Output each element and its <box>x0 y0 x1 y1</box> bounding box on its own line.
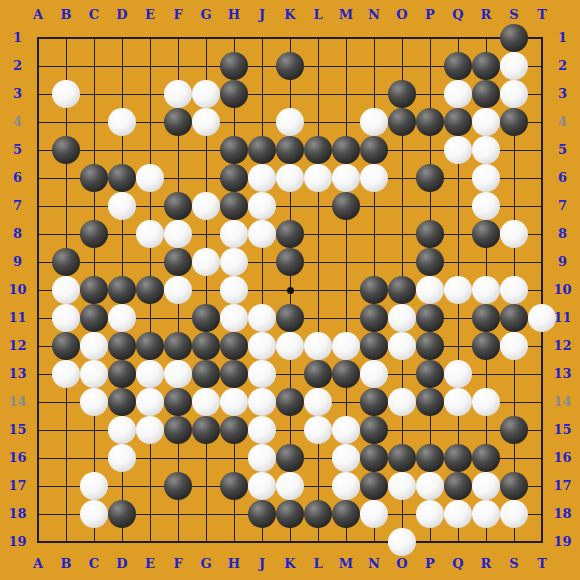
stone-black-H5[interactable] <box>220 136 248 164</box>
stone-black-M7[interactable] <box>332 192 360 220</box>
stone-black-P6[interactable] <box>416 164 444 192</box>
stone-white-M17[interactable] <box>332 472 360 500</box>
grid-line-vertical <box>318 38 319 542</box>
stone-black-K18[interactable] <box>276 500 304 528</box>
col-label-top: K <box>276 6 304 24</box>
stone-black-J18[interactable] <box>248 500 276 528</box>
stone-white-G9[interactable] <box>192 248 220 276</box>
col-label-bottom: Q <box>444 555 472 573</box>
col-label-bottom: M <box>332 555 360 573</box>
stone-black-S1[interactable] <box>500 24 528 52</box>
stone-white-E14[interactable] <box>136 388 164 416</box>
row-label-right: 10 <box>546 281 579 299</box>
stone-black-N16[interactable] <box>360 444 388 472</box>
stone-black-O16[interactable] <box>388 444 416 472</box>
stone-white-Q14[interactable] <box>444 388 472 416</box>
stone-black-O10[interactable] <box>388 276 416 304</box>
stone-white-M6[interactable] <box>332 164 360 192</box>
stone-black-G15[interactable] <box>192 416 220 444</box>
stone-black-G13[interactable] <box>192 360 220 388</box>
stone-white-J12[interactable] <box>248 332 276 360</box>
stone-white-E8[interactable] <box>136 220 164 248</box>
stone-black-E12[interactable] <box>136 332 164 360</box>
stone-white-L15[interactable] <box>304 416 332 444</box>
go-board-screenshot: { "game": "go", "board": { "size": 19, "… <box>0 0 580 580</box>
row-label-left: 18 <box>1 505 34 523</box>
stone-black-F7[interactable] <box>164 192 192 220</box>
stone-white-B13[interactable] <box>52 360 80 388</box>
stone-black-K2[interactable] <box>276 52 304 80</box>
stone-black-H12[interactable] <box>220 332 248 360</box>
stone-white-F13[interactable] <box>164 360 192 388</box>
stone-black-C8[interactable] <box>80 220 108 248</box>
row-label-left: 10 <box>1 281 34 299</box>
row-label-left: 11 <box>1 309 34 327</box>
stone-white-M16[interactable] <box>332 444 360 472</box>
stone-white-J15[interactable] <box>248 416 276 444</box>
stone-black-P14[interactable] <box>416 388 444 416</box>
stone-black-R2[interactable] <box>472 52 500 80</box>
stone-white-D4[interactable] <box>108 108 136 136</box>
row-label-left: 6 <box>1 169 34 187</box>
stone-black-S11[interactable] <box>500 304 528 332</box>
stone-black-F14[interactable] <box>164 388 192 416</box>
stone-black-P4[interactable] <box>416 108 444 136</box>
stone-black-K11[interactable] <box>276 304 304 332</box>
row-label-left: 13 <box>1 365 34 383</box>
stone-white-C14[interactable] <box>80 388 108 416</box>
stone-black-P9[interactable] <box>416 248 444 276</box>
col-label-bottom: C <box>80 555 108 573</box>
stone-white-Q18[interactable] <box>444 500 472 528</box>
col-label-top: H <box>220 6 248 24</box>
row-label-left: 4 <box>1 113 34 131</box>
stone-black-L5[interactable] <box>304 136 332 164</box>
stone-white-O12[interactable] <box>388 332 416 360</box>
stone-white-K6[interactable] <box>276 164 304 192</box>
stone-black-K14[interactable] <box>276 388 304 416</box>
stone-black-O3[interactable] <box>388 80 416 108</box>
col-label-top: L <box>304 6 332 24</box>
stone-white-K12[interactable] <box>276 332 304 360</box>
stone-black-H15[interactable] <box>220 416 248 444</box>
stone-white-G7[interactable] <box>192 192 220 220</box>
stone-black-K16[interactable] <box>276 444 304 472</box>
stone-white-C13[interactable] <box>80 360 108 388</box>
stone-white-E15[interactable] <box>136 416 164 444</box>
stone-black-H7[interactable] <box>220 192 248 220</box>
stone-black-C11[interactable] <box>80 304 108 332</box>
stone-black-C10[interactable] <box>80 276 108 304</box>
row-label-right: 6 <box>546 169 579 187</box>
stone-black-P13[interactable] <box>416 360 444 388</box>
row-label-right: 15 <box>546 421 579 439</box>
stone-white-J16[interactable] <box>248 444 276 472</box>
stone-black-B5[interactable] <box>52 136 80 164</box>
stone-black-D12[interactable] <box>108 332 136 360</box>
row-label-right: 8 <box>546 225 579 243</box>
stone-white-R7[interactable] <box>472 192 500 220</box>
col-label-bottom: L <box>304 555 332 573</box>
row-label-right: 19 <box>546 533 579 551</box>
row-label-right: 9 <box>546 253 579 271</box>
stone-white-D16[interactable] <box>108 444 136 472</box>
row-label-right: 16 <box>546 449 579 467</box>
col-label-top: E <box>136 6 164 24</box>
stone-black-N11[interactable] <box>360 304 388 332</box>
stone-white-S18[interactable] <box>500 500 528 528</box>
stone-black-E10[interactable] <box>136 276 164 304</box>
col-label-top: T <box>528 6 556 24</box>
row-label-left: 7 <box>1 197 34 215</box>
stone-black-N5[interactable] <box>360 136 388 164</box>
stone-black-H3[interactable] <box>220 80 248 108</box>
stone-black-N17[interactable] <box>360 472 388 500</box>
stone-black-Q4[interactable] <box>444 108 472 136</box>
col-label-bottom: N <box>360 555 388 573</box>
stone-black-D10[interactable] <box>108 276 136 304</box>
stone-white-G3[interactable] <box>192 80 220 108</box>
stone-black-S15[interactable] <box>500 416 528 444</box>
stone-black-F12[interactable] <box>164 332 192 360</box>
col-label-bottom: D <box>108 555 136 573</box>
stone-black-L18[interactable] <box>304 500 332 528</box>
col-label-top: G <box>192 6 220 24</box>
stone-black-S4[interactable] <box>500 108 528 136</box>
stone-black-K9[interactable] <box>276 248 304 276</box>
stone-white-H9[interactable] <box>220 248 248 276</box>
col-label-top: M <box>332 6 360 24</box>
row-label-right: 7 <box>546 197 579 215</box>
star-point <box>287 287 294 294</box>
col-label-top: D <box>108 6 136 24</box>
stone-black-H2[interactable] <box>220 52 248 80</box>
stone-white-S2[interactable] <box>500 52 528 80</box>
col-label-top: F <box>164 6 192 24</box>
stone-black-F4[interactable] <box>164 108 192 136</box>
stone-white-J14[interactable] <box>248 388 276 416</box>
stone-white-G14[interactable] <box>192 388 220 416</box>
stone-black-P11[interactable] <box>416 304 444 332</box>
stone-black-Q16[interactable] <box>444 444 472 472</box>
stone-white-C17[interactable] <box>80 472 108 500</box>
stone-black-D14[interactable] <box>108 388 136 416</box>
stone-black-C6[interactable] <box>80 164 108 192</box>
stone-black-S17[interactable] <box>500 472 528 500</box>
stone-white-T11[interactable] <box>528 304 556 332</box>
col-label-bottom: E <box>136 555 164 573</box>
stone-black-D6[interactable] <box>108 164 136 192</box>
stone-black-H17[interactable] <box>220 472 248 500</box>
col-label-bottom: J <box>248 555 276 573</box>
row-label-left: 14 <box>1 393 34 411</box>
col-label-bottom: A <box>24 555 52 573</box>
stone-black-M13[interactable] <box>332 360 360 388</box>
col-label-top: R <box>472 6 500 24</box>
stone-white-L6[interactable] <box>304 164 332 192</box>
stone-black-N15[interactable] <box>360 416 388 444</box>
row-label-left: 16 <box>1 449 34 467</box>
stone-black-F15[interactable] <box>164 416 192 444</box>
col-label-bottom: B <box>52 555 80 573</box>
col-label-bottom: P <box>416 555 444 573</box>
stone-black-Q17[interactable] <box>444 472 472 500</box>
row-label-right: 4 <box>546 113 579 131</box>
col-label-bottom: H <box>220 555 248 573</box>
stone-white-O19[interactable] <box>388 528 416 556</box>
stone-white-D15[interactable] <box>108 416 136 444</box>
stone-white-K4[interactable] <box>276 108 304 136</box>
col-label-top: P <box>416 6 444 24</box>
row-label-left: 12 <box>1 337 34 355</box>
stone-black-B12[interactable] <box>52 332 80 360</box>
stone-white-S3[interactable] <box>500 80 528 108</box>
col-label-top: J <box>248 6 276 24</box>
stone-white-R4[interactable] <box>472 108 500 136</box>
row-label-left: 3 <box>1 85 34 103</box>
stone-white-N4[interactable] <box>360 108 388 136</box>
row-label-right: 13 <box>546 365 579 383</box>
stone-white-G4[interactable] <box>192 108 220 136</box>
stone-black-H13[interactable] <box>220 360 248 388</box>
stone-white-J7[interactable] <box>248 192 276 220</box>
row-label-right: 18 <box>546 505 579 523</box>
stone-black-D13[interactable] <box>108 360 136 388</box>
col-label-bottom: O <box>388 555 416 573</box>
stone-white-Q10[interactable] <box>444 276 472 304</box>
stone-white-M12[interactable] <box>332 332 360 360</box>
stone-black-N10[interactable] <box>360 276 388 304</box>
stone-white-E13[interactable] <box>136 360 164 388</box>
stone-white-H14[interactable] <box>220 388 248 416</box>
stone-black-R3[interactable] <box>472 80 500 108</box>
stone-white-L12[interactable] <box>304 332 332 360</box>
row-label-left: 2 <box>1 57 34 75</box>
stone-black-H6[interactable] <box>220 164 248 192</box>
stone-black-P12[interactable] <box>416 332 444 360</box>
row-label-right: 3 <box>546 85 579 103</box>
col-label-top: B <box>52 6 80 24</box>
col-label-bottom: R <box>472 555 500 573</box>
stone-white-B11[interactable] <box>52 304 80 332</box>
stone-black-N12[interactable] <box>360 332 388 360</box>
row-label-left: 8 <box>1 225 34 243</box>
col-label-bottom: T <box>528 555 556 573</box>
stone-white-Q5[interactable] <box>444 136 472 164</box>
row-label-right: 1 <box>546 29 579 47</box>
stone-black-F9[interactable] <box>164 248 192 276</box>
row-label-left: 1 <box>1 29 34 47</box>
stone-black-R8[interactable] <box>472 220 500 248</box>
row-label-right: 5 <box>546 141 579 159</box>
stone-white-F3[interactable] <box>164 80 192 108</box>
stone-white-F8[interactable] <box>164 220 192 248</box>
col-label-top: Q <box>444 6 472 24</box>
stone-black-M5[interactable] <box>332 136 360 164</box>
col-label-top: C <box>80 6 108 24</box>
stone-white-B10[interactable] <box>52 276 80 304</box>
stone-white-M15[interactable] <box>332 416 360 444</box>
col-label-top: S <box>500 6 528 24</box>
row-label-right: 2 <box>546 57 579 75</box>
stone-white-F10[interactable] <box>164 276 192 304</box>
stone-white-K17[interactable] <box>276 472 304 500</box>
row-label-left: 15 <box>1 421 34 439</box>
stone-black-N14[interactable] <box>360 388 388 416</box>
stone-white-J8[interactable] <box>248 220 276 248</box>
stone-white-J13[interactable] <box>248 360 276 388</box>
stone-white-O11[interactable] <box>388 304 416 332</box>
stone-white-P18[interactable] <box>416 500 444 528</box>
stone-black-G11[interactable] <box>192 304 220 332</box>
row-label-left: 17 <box>1 477 34 495</box>
stone-white-Q13[interactable] <box>444 360 472 388</box>
stone-white-H11[interactable] <box>220 304 248 332</box>
stone-white-R14[interactable] <box>472 388 500 416</box>
stone-black-F17[interactable] <box>164 472 192 500</box>
stone-black-K8[interactable] <box>276 220 304 248</box>
row-label-right: 14 <box>546 393 579 411</box>
stone-black-Q2[interactable] <box>444 52 472 80</box>
stone-white-O17[interactable] <box>388 472 416 500</box>
col-label-bottom: K <box>276 555 304 573</box>
stone-white-H8[interactable] <box>220 220 248 248</box>
col-label-top: A <box>24 6 52 24</box>
stone-white-O14[interactable] <box>388 388 416 416</box>
stone-white-P10[interactable] <box>416 276 444 304</box>
stone-white-P17[interactable] <box>416 472 444 500</box>
stone-white-H10[interactable] <box>220 276 248 304</box>
stone-black-R12[interactable] <box>472 332 500 360</box>
stone-white-D11[interactable] <box>108 304 136 332</box>
stone-white-C18[interactable] <box>80 500 108 528</box>
stone-white-C12[interactable] <box>80 332 108 360</box>
stone-white-J11[interactable] <box>248 304 276 332</box>
row-label-left: 19 <box>1 533 34 551</box>
stone-white-N18[interactable] <box>360 500 388 528</box>
stone-black-K5[interactable] <box>276 136 304 164</box>
stone-white-J17[interactable] <box>248 472 276 500</box>
stone-white-S10[interactable] <box>500 276 528 304</box>
stone-white-E6[interactable] <box>136 164 164 192</box>
stone-white-R10[interactable] <box>472 276 500 304</box>
stone-black-B9[interactable] <box>52 248 80 276</box>
stone-white-B3[interactable] <box>52 80 80 108</box>
col-label-top: O <box>388 6 416 24</box>
stone-black-L13[interactable] <box>304 360 332 388</box>
stone-white-S8[interactable] <box>500 220 528 248</box>
stone-white-N6[interactable] <box>360 164 388 192</box>
stone-white-N13[interactable] <box>360 360 388 388</box>
stone-black-G12[interactable] <box>192 332 220 360</box>
row-label-left: 5 <box>1 141 34 159</box>
stone-black-M18[interactable] <box>332 500 360 528</box>
stone-white-Q3[interactable] <box>444 80 472 108</box>
col-label-bottom: G <box>192 555 220 573</box>
stone-white-R5[interactable] <box>472 136 500 164</box>
goban[interactable]: AABBCCDDEEFFGGHHJJKKLLMMNNOOPPQQRRSSTT11… <box>0 0 580 580</box>
row-label-right: 12 <box>546 337 579 355</box>
stone-white-R17[interactable] <box>472 472 500 500</box>
stone-black-P16[interactable] <box>416 444 444 472</box>
stone-black-D18[interactable] <box>108 500 136 528</box>
stone-black-R16[interactable] <box>472 444 500 472</box>
col-label-bottom: F <box>164 555 192 573</box>
stone-black-R11[interactable] <box>472 304 500 332</box>
stone-white-J6[interactable] <box>248 164 276 192</box>
stone-black-P8[interactable] <box>416 220 444 248</box>
stone-white-R6[interactable] <box>472 164 500 192</box>
stone-black-J5[interactable] <box>248 136 276 164</box>
col-label-bottom: S <box>500 555 528 573</box>
row-label-left: 9 <box>1 253 34 271</box>
col-label-top: N <box>360 6 388 24</box>
stone-white-L14[interactable] <box>304 388 332 416</box>
stone-black-O4[interactable] <box>388 108 416 136</box>
stone-white-D7[interactable] <box>108 192 136 220</box>
stone-white-R18[interactable] <box>472 500 500 528</box>
stone-white-S12[interactable] <box>500 332 528 360</box>
row-label-right: 17 <box>546 477 579 495</box>
